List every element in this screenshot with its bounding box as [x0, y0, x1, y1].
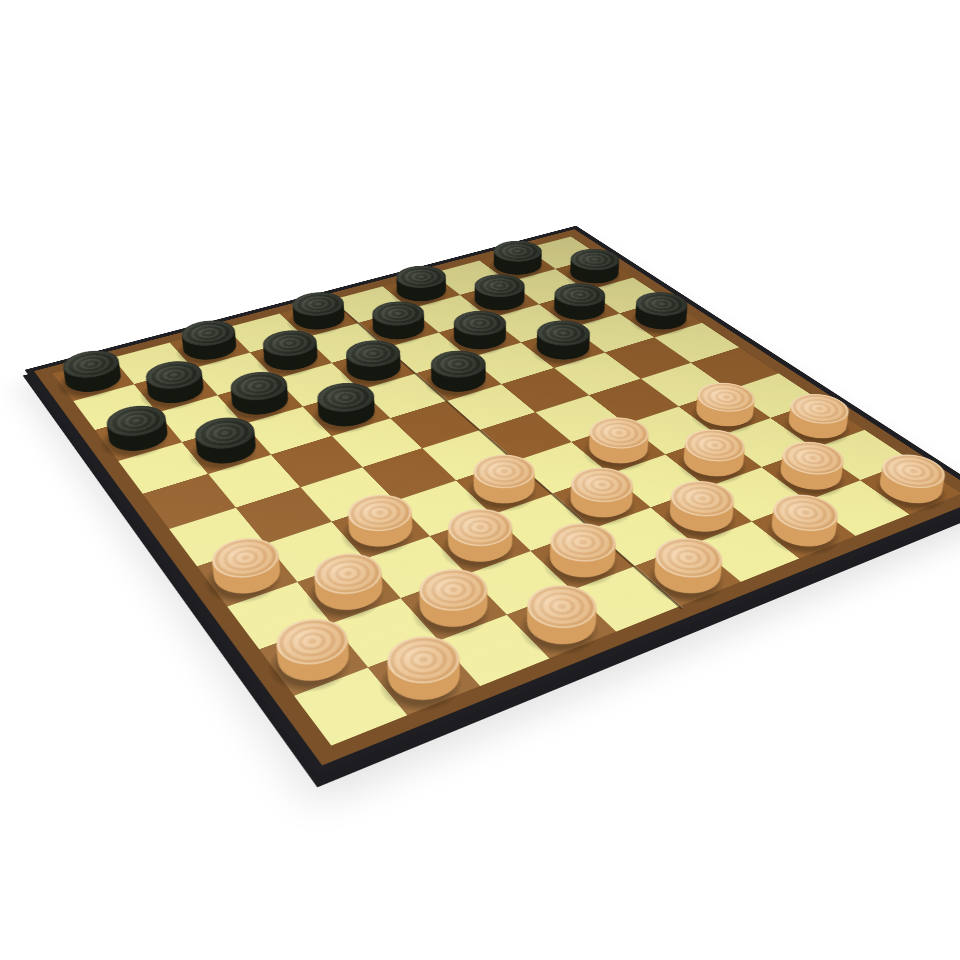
checker-piece-light[interactable] [768, 452, 854, 497]
checker-piece-light[interactable] [642, 547, 734, 601]
product-photo-scene [0, 0, 960, 960]
checker-piece-light[interactable] [759, 504, 849, 554]
checker-piece-dark[interactable] [188, 427, 265, 470]
checker-piece-light[interactable] [304, 563, 393, 619]
checker-piece-light[interactable] [538, 533, 628, 586]
checker-piece-dark[interactable] [175, 330, 244, 365]
checker-piece-dark[interactable] [256, 340, 327, 376]
checker-piece-dark[interactable] [223, 382, 297, 421]
checker-piece-light[interactable] [267, 628, 361, 691]
checker-piece-dark[interactable] [309, 393, 385, 433]
checker-piece-light[interactable] [463, 464, 546, 510]
checker-piece-light[interactable] [578, 427, 659, 470]
checker-piece-dark[interactable] [140, 371, 212, 409]
checker-piece-light[interactable] [204, 548, 291, 602]
checker-piece-dark[interactable] [527, 330, 600, 365]
checker-piece-light[interactable] [376, 645, 473, 710]
checker-piece-light[interactable] [777, 404, 858, 445]
checker-piece-light[interactable] [559, 477, 644, 525]
checker-piece-dark[interactable] [338, 350, 411, 387]
checker-piece-light[interactable] [657, 491, 745, 540]
checker-piece-dark[interactable] [101, 416, 176, 458]
checker-piece-dark[interactable] [625, 302, 696, 335]
checker-piece-light[interactable] [338, 504, 423, 554]
checker-piece-light[interactable] [408, 578, 500, 636]
checker-piece-light[interactable] [685, 393, 765, 433]
draughts-board [25, 226, 960, 776]
checker-piece-light[interactable] [867, 464, 955, 510]
checker-piece-light[interactable] [437, 518, 524, 570]
pieces-layer [53, 236, 960, 745]
checker-piece-light[interactable] [672, 439, 755, 483]
checker-piece-light[interactable] [514, 594, 609, 653]
checker-piece-dark[interactable] [58, 361, 129, 398]
checker-piece-dark[interactable] [422, 360, 496, 397]
board-perspective-container [25, 226, 960, 776]
